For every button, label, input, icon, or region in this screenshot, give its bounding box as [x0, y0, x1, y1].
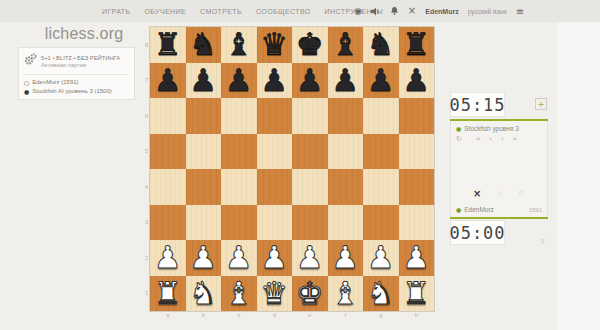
divider — [24, 74, 129, 75]
white-knight[interactable]: ♞ — [189, 276, 217, 312]
game-info-box: 5+1 • BLITZ • БЕЗ РЕЙТИНГА Активная парт… — [18, 47, 135, 100]
time-control-label: 5+1 • BLITZ • БЕЗ РЕЙТИНГА — [41, 55, 120, 61]
square-h8[interactable]: ♜ — [399, 27, 435, 63]
black-player-row[interactable]: ● Stockfish AI уровень 3 (1500) — [24, 87, 129, 96]
challenges-icon[interactable]: ◉ — [354, 7, 362, 16]
black-player-name: Stockfish AI уровень 3 (1500) — [32, 87, 112, 96]
file-label-d: d — [257, 312, 293, 318]
square-g1[interactable]: ♞ — [363, 276, 399, 312]
black-pawn[interactable]: ♟ — [402, 63, 430, 99]
square-b8[interactable]: ♞ — [186, 27, 222, 63]
square-a3[interactable] — [150, 205, 186, 241]
nav-community[interactable]: СООБЩЕСТВО — [256, 8, 311, 15]
square-d2[interactable]: ♟ — [257, 240, 293, 276]
file-label-b: b — [186, 312, 222, 318]
rank-label-7: 7 — [139, 63, 148, 99]
last-move-icon[interactable]: » — [513, 136, 517, 143]
rank-label-6: 6 — [139, 98, 148, 134]
file-label-a: a — [150, 312, 186, 318]
square-f1[interactable]: ♝ — [328, 276, 364, 312]
square-b6[interactable] — [186, 98, 222, 134]
game-actions: × ☝ ⚐ — [451, 189, 547, 203]
square-f2[interactable]: ♟ — [328, 240, 364, 276]
square-d5[interactable] — [257, 134, 293, 170]
file-label-f: f — [328, 312, 364, 318]
square-g4[interactable] — [363, 169, 399, 205]
square-h6[interactable] — [399, 98, 435, 134]
square-b3[interactable] — [186, 205, 222, 241]
black-knight[interactable]: ♞ — [367, 27, 395, 63]
square-e6[interactable] — [292, 98, 328, 134]
gear-icon — [24, 52, 37, 70]
white-bishop[interactable]: ♝ — [331, 276, 359, 312]
black-bishop[interactable]: ♝ — [331, 27, 359, 63]
white-pawn[interactable]: ♟ — [367, 240, 395, 276]
black-pawn[interactable]: ♟ — [225, 63, 253, 99]
nav-learn[interactable]: ОБУЧЕНИЕ — [144, 8, 186, 15]
chat-count: 0 — [541, 238, 544, 244]
black-pawn[interactable]: ♟ — [367, 63, 395, 99]
add-time-button[interactable]: + — [535, 98, 547, 110]
square-b4[interactable] — [186, 169, 222, 205]
square-e4[interactable] — [292, 169, 328, 205]
black-bishop[interactable]: ♝ — [225, 27, 253, 63]
square-a5[interactable] — [150, 134, 186, 170]
square-d7[interactable]: ♟ — [257, 63, 293, 99]
white-pawn[interactable]: ♟ — [189, 240, 217, 276]
square-f4[interactable] — [328, 169, 364, 205]
abort-game-icon[interactable]: × — [473, 189, 481, 199]
square-h7[interactable]: ♟ — [399, 63, 435, 99]
online-dot-icon: ● — [456, 207, 461, 213]
square-f8[interactable]: ♝ — [328, 27, 364, 63]
lichess-logo[interactable]: lichess.org — [28, 25, 140, 43]
square-a2[interactable]: ♟ — [150, 240, 186, 276]
square-f5[interactable] — [328, 134, 364, 170]
square-g5[interactable] — [363, 134, 399, 170]
game-setup-row: 5+1 • BLITZ • БЕЗ РЕЙТИНГА Активная парт… — [24, 52, 129, 70]
black-knight[interactable]: ♞ — [189, 27, 217, 63]
username-link[interactable]: EdenMurz — [425, 8, 458, 15]
rank-label-5: 5 — [139, 134, 148, 170]
black-color-icon: ● — [24, 87, 29, 96]
rank-label-4: 4 — [139, 169, 148, 205]
white-pawn[interactable]: ♟ — [260, 240, 288, 276]
white-pawn[interactable]: ♟ — [225, 240, 253, 276]
white-king[interactable]: ♚ — [296, 276, 324, 312]
square-d8[interactable]: ♛ — [257, 27, 293, 63]
square-b5[interactable] — [186, 134, 222, 170]
player-name: EdenMurz — [464, 206, 494, 213]
square-h4[interactable] — [399, 169, 435, 205]
square-e8[interactable]: ♚ — [292, 27, 328, 63]
rank-label-1: 1 — [139, 276, 148, 312]
square-h2[interactable]: ♟ — [399, 240, 435, 276]
square-b1[interactable]: ♞ — [186, 276, 222, 312]
square-e3[interactable] — [292, 205, 328, 241]
file-label-c: c — [221, 312, 257, 318]
resign-flag-icon[interactable]: ⚐ — [518, 190, 525, 198]
black-clock: 05:15 — [450, 92, 505, 117]
challenge-x-icon[interactable]: × — [408, 6, 416, 16]
square-c5[interactable] — [221, 134, 257, 170]
language-selector[interactable]: русский язык — [468, 8, 507, 15]
square-g3[interactable] — [363, 205, 399, 241]
white-clock: 05:00 — [450, 220, 505, 245]
white-knight[interactable]: ♞ — [367, 276, 395, 312]
hamburger-menu-icon[interactable]: ≡ — [516, 6, 524, 17]
square-a6[interactable] — [150, 98, 186, 134]
top-navigation-bar: ИГРАТЬ ОБУЧЕНИЕ СМОТРЕТЬ СООБЩЕСТВО ИНСТ… — [0, 0, 600, 22]
square-c6[interactable] — [221, 98, 257, 134]
game-side-panel: ● Stockfish уровня 3 ↻ « ‹ › » × ☝ ⚐ ● E… — [450, 121, 548, 217]
square-d6[interactable] — [257, 98, 293, 134]
nav-play[interactable]: ИГРАТЬ — [102, 8, 130, 15]
black-pawn[interactable]: ♟ — [154, 63, 182, 99]
flip-board-icon[interactable]: ↻ — [456, 136, 462, 143]
square-a8[interactable]: ♜ — [150, 27, 186, 63]
square-d4[interactable] — [257, 169, 293, 205]
square-h3[interactable] — [399, 205, 435, 241]
player-row[interactable]: ● EdenMurz 1591 — [451, 203, 547, 217]
black-rook[interactable]: ♜ — [154, 27, 182, 63]
chess-board: ♜♞♝♛♚♝♞♜♟♟♟♟♟♟♟♟♟♟♟♟♟♟♟♟♜♞♝♛♚♝♞♜ — [150, 27, 434, 311]
topbar-right-cluster: ◉ × EdenMurz русский язык ≡ — [354, 0, 524, 22]
square-e5[interactable] — [292, 134, 328, 170]
square-a4[interactable] — [150, 169, 186, 205]
square-e7[interactable]: ♟ — [292, 63, 328, 99]
white-bishop[interactable]: ♝ — [225, 276, 253, 312]
move-list-area — [451, 145, 547, 189]
black-king[interactable]: ♚ — [296, 27, 324, 63]
rank-label-8: 8 — [139, 27, 148, 63]
square-d1[interactable]: ♛ — [257, 276, 293, 312]
previous-move-icon[interactable]: ‹ — [489, 136, 492, 143]
square-c1[interactable]: ♝ — [221, 276, 257, 312]
black-pawn[interactable]: ♟ — [331, 63, 359, 99]
black-pawn[interactable]: ♟ — [260, 63, 288, 99]
rank-label-3: 3 — [139, 205, 148, 241]
square-c2[interactable]: ♟ — [221, 240, 257, 276]
square-c8[interactable]: ♝ — [221, 27, 257, 63]
nav-watch[interactable]: СМОТРЕТЬ — [200, 8, 242, 15]
white-pawn[interactable]: ♟ — [402, 240, 430, 276]
square-e1[interactable]: ♚ — [292, 276, 328, 312]
square-c4[interactable] — [221, 169, 257, 205]
square-f6[interactable] — [328, 98, 364, 134]
square-a1[interactable]: ♜ — [150, 276, 186, 312]
square-g2[interactable]: ♟ — [363, 240, 399, 276]
white-player-row[interactable]: ○ EdenMurz (1591) — [24, 78, 129, 87]
square-e2[interactable]: ♟ — [292, 240, 328, 276]
rank-coordinates: 87654321 — [139, 27, 148, 311]
square-c7[interactable]: ♟ — [221, 63, 257, 99]
opponent-name: Stockfish уровня 3 — [464, 125, 519, 132]
black-queen[interactable]: ♛ — [260, 27, 288, 63]
file-coordinates: abcdefgh — [150, 312, 434, 318]
file-label-g: g — [363, 312, 399, 318]
game-status-label: Активная партия — [41, 62, 120, 68]
player-rating: 1591 — [529, 207, 542, 213]
white-player-name: EdenMurz (1591) — [32, 78, 78, 87]
notifications-bell-icon[interactable] — [390, 6, 399, 16]
rank-label-2: 2 — [139, 240, 148, 276]
white-queen[interactable]: ♛ — [260, 276, 288, 312]
square-f7[interactable]: ♟ — [328, 63, 364, 99]
next-move-icon[interactable]: › — [501, 136, 504, 143]
white-rook[interactable]: ♜ — [402, 276, 430, 312]
square-g7[interactable]: ♟ — [363, 63, 399, 99]
white-rook[interactable]: ♜ — [154, 276, 182, 312]
file-label-h: h — [399, 312, 435, 318]
black-pawn[interactable]: ♟ — [296, 63, 324, 99]
square-g6[interactable] — [363, 98, 399, 134]
thumbs-up-icon[interactable]: ☝ — [497, 190, 502, 198]
white-color-icon: ○ — [24, 78, 29, 87]
square-d3[interactable] — [257, 205, 293, 241]
white-pawn[interactable]: ♟ — [154, 240, 182, 276]
black-rook[interactable]: ♜ — [402, 27, 430, 63]
right-background-strip — [557, 22, 600, 330]
square-a7[interactable]: ♟ — [150, 63, 186, 99]
replay-controls: ↻ « ‹ › » — [451, 134, 547, 145]
white-pawn[interactable]: ♟ — [331, 240, 359, 276]
white-pawn[interactable]: ♟ — [296, 240, 324, 276]
square-h5[interactable] — [399, 134, 435, 170]
square-b7[interactable]: ♟ — [186, 63, 222, 99]
first-move-icon[interactable]: « — [476, 136, 480, 143]
square-c3[interactable] — [221, 205, 257, 241]
black-pawn[interactable]: ♟ — [189, 63, 217, 99]
main-menu: ИГРАТЬ ОБУЧЕНИЕ СМОТРЕТЬ СООБЩЕСТВО ИНСТ… — [102, 0, 383, 22]
square-b2[interactable]: ♟ — [186, 240, 222, 276]
opponent-row[interactable]: ● Stockfish уровня 3 — [451, 121, 547, 134]
square-g8[interactable]: ♞ — [363, 27, 399, 63]
online-dot-icon: ● — [456, 126, 461, 132]
square-h1[interactable]: ♜ — [399, 276, 435, 312]
square-f3[interactable] — [328, 205, 364, 241]
sound-icon[interactable] — [371, 7, 381, 16]
active-clock-indicator-bottom — [450, 217, 548, 219]
file-label-e: e — [292, 312, 328, 318]
